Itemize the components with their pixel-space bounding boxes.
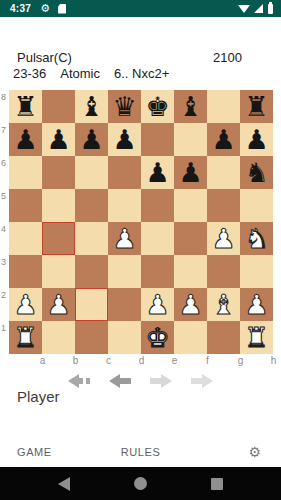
rules-button[interactable]: RULES [0,446,281,458]
square-b4[interactable] [42,222,75,255]
last-move: 6.. Nxc2+ [114,66,169,81]
signal-icon [254,4,263,13]
piece-black-bishop-c8[interactable]: ♝ [75,90,108,123]
battery-icon [268,4,273,14]
square-b6[interactable] [42,156,75,189]
android-back-button[interactable] [58,477,70,491]
piece-white-bishop-g2[interactable]: ♝ [207,288,240,321]
square-c2[interactable] [75,288,108,321]
piece-white-rook-h1[interactable]: ♜ [240,321,273,354]
rank-label-5: 5 [1,191,9,201]
piece-white-pawn-d4[interactable]: ♟ [108,222,141,255]
piece-white-pawn-h2[interactable]: ♟ [240,288,273,321]
square-a7[interactable]: ♟ [9,123,42,156]
square-e3[interactable] [141,255,174,288]
rank-label-3: 3 [1,257,9,267]
status-time: 4:37 [10,3,31,14]
square-c5[interactable] [75,189,108,222]
square-d1[interactable] [108,321,141,354]
square-h8[interactable]: ♜ [240,90,273,123]
square-h6[interactable]: ♞ [240,156,273,189]
variant-name: Atomic [60,66,100,81]
file-label-g: g [224,355,257,366]
square-e4[interactable] [141,222,174,255]
piece-black-pawn-d7[interactable]: ♟ [108,123,141,156]
status-bar: 4:37 ⚙ [0,0,281,17]
piece-black-pawn-a7[interactable]: ♟ [9,123,42,156]
jump-to-end-button[interactable] [191,374,213,388]
square-h2[interactable]: ♟ [240,288,273,321]
square-a5[interactable] [9,189,42,222]
square-f3[interactable] [174,255,207,288]
square-c8[interactable]: ♝ [75,90,108,123]
game-info-line: 23-36 Atomic 6.. Nxc2+ [13,66,169,81]
opponent-rating: 2100 [213,50,242,65]
square-f8[interactable]: ♝ [174,90,207,123]
sd-card-icon [58,4,66,14]
square-f5[interactable] [174,189,207,222]
piece-white-knight-h4[interactable]: ♞ [240,222,273,255]
square-g3[interactable] [207,255,240,288]
app-screen: 4:37 ⚙ Pulsar(C) 2100 23-36 Atomic 6.. N… [0,0,281,500]
square-h3[interactable] [240,255,273,288]
piece-white-king-e1[interactable]: ♚ [141,321,174,354]
square-d7[interactable]: ♟ [108,123,141,156]
rank-label-6: 6 [1,158,9,168]
square-d8[interactable]: ♛ [108,90,141,123]
piece-black-rook-a8[interactable]: ♜ [9,90,42,123]
android-nav-bar [0,467,281,500]
square-g4[interactable]: ♟ [207,222,240,255]
piece-white-pawn-f2[interactable]: ♟ [174,288,207,321]
square-e8[interactable]: ♚ [141,90,174,123]
piece-black-pawn-g7[interactable]: ♟ [207,123,240,156]
step-forward-button[interactable] [150,374,172,388]
square-e2[interactable]: ♟ [141,288,174,321]
piece-black-queen-d8[interactable]: ♛ [108,90,141,123]
square-b5[interactable] [42,189,75,222]
square-h1[interactable]: ♜ [240,321,273,354]
chess-board[interactable]: ♜♝♛♚♝♜♟♟♟♟♟♟♟♟♞♟♟♞♟♟♟♟♝♟♜♚♜ [9,90,273,354]
square-c7[interactable]: ♟ [75,123,108,156]
piece-white-rook-a1[interactable]: ♜ [9,321,42,354]
wifi-icon [238,5,250,13]
opponent-name: Pulsar(C) [17,50,72,65]
rank-label-1: 1 [1,323,9,333]
file-label-b: b [59,355,92,366]
square-a2[interactable]: ♟ [9,288,42,321]
piece-black-pawn-e6[interactable]: ♟ [141,156,174,189]
rank-label-8: 8 [1,92,9,102]
square-a6[interactable] [9,156,42,189]
piece-black-pawn-f6[interactable]: ♟ [174,156,207,189]
file-label-a: a [26,355,59,366]
square-c4[interactable] [75,222,108,255]
square-d6[interactable] [108,156,141,189]
piece-white-pawn-b2[interactable]: ♟ [42,288,75,321]
square-e6[interactable]: ♟ [141,156,174,189]
file-label-f: f [191,355,224,366]
file-labels: abcdefgh [9,355,273,366]
piece-black-knight-h6[interactable]: ♞ [240,156,273,189]
square-b1[interactable] [42,321,75,354]
piece-white-pawn-e2[interactable]: ♟ [141,288,174,321]
file-label-e: e [158,355,191,366]
piece-black-bishop-f8[interactable]: ♝ [174,90,207,123]
rank-label-2: 2 [1,290,9,300]
android-home-button[interactable] [134,477,147,490]
square-b3[interactable] [42,255,75,288]
square-g8[interactable] [207,90,240,123]
rank-label-4: 4 [1,224,9,234]
square-a8[interactable]: ♜ [9,90,42,123]
square-b7[interactable]: ♟ [42,123,75,156]
square-c3[interactable] [75,255,108,288]
square-a3[interactable] [9,255,42,288]
square-h7[interactable]: ♟ [240,123,273,156]
file-label-c: c [92,355,125,366]
rank-label-7: 7 [1,125,9,135]
square-g6[interactable] [207,156,240,189]
file-label-h: h [257,355,281,366]
piece-black-pawn-b7[interactable]: ♟ [42,123,75,156]
piece-black-rook-h8[interactable]: ♜ [240,90,273,123]
square-e7[interactable] [141,123,174,156]
square-g5[interactable] [207,189,240,222]
square-d3[interactable] [108,255,141,288]
bottom-toolbar: RULES GAME ⚙ [0,443,281,461]
square-f7[interactable] [174,123,207,156]
move-navigation [0,374,281,388]
square-d2[interactable] [108,288,141,321]
jump-to-start-button[interactable] [68,374,90,388]
square-c6[interactable] [75,156,108,189]
file-label-d: d [125,355,158,366]
square-b8[interactable] [42,90,75,123]
android-recents-button[interactable] [211,478,223,490]
piece-white-pawn-a2[interactable]: ♟ [9,288,42,321]
square-f4[interactable] [174,222,207,255]
square-e1[interactable]: ♚ [141,321,174,354]
piece-black-pawn-h7[interactable]: ♟ [240,123,273,156]
move-range: 23-36 [13,66,46,81]
gear-icon: ⚙ [40,0,50,17]
settings-gear-icon[interactable]: ⚙ [248,443,261,461]
square-a4[interactable] [9,222,42,255]
square-d5[interactable] [108,189,141,222]
square-f1[interactable] [174,321,207,354]
square-d4[interactable]: ♟ [108,222,141,255]
square-a1[interactable]: ♜ [9,321,42,354]
piece-white-pawn-g4[interactable]: ♟ [207,222,240,255]
square-b2[interactable]: ♟ [42,288,75,321]
step-back-button[interactable] [109,374,131,388]
square-h5[interactable] [240,189,273,222]
piece-black-king-e8[interactable]: ♚ [141,90,174,123]
square-c1[interactable] [75,321,108,354]
player-name: Player [17,388,60,405]
square-e5[interactable] [141,189,174,222]
square-g1[interactable] [207,321,240,354]
square-h4[interactable]: ♞ [240,222,273,255]
square-f2[interactable]: ♟ [174,288,207,321]
square-g7[interactable]: ♟ [207,123,240,156]
square-f6[interactable]: ♟ [174,156,207,189]
square-g2[interactable]: ♝ [207,288,240,321]
piece-black-pawn-c7[interactable]: ♟ [75,123,108,156]
